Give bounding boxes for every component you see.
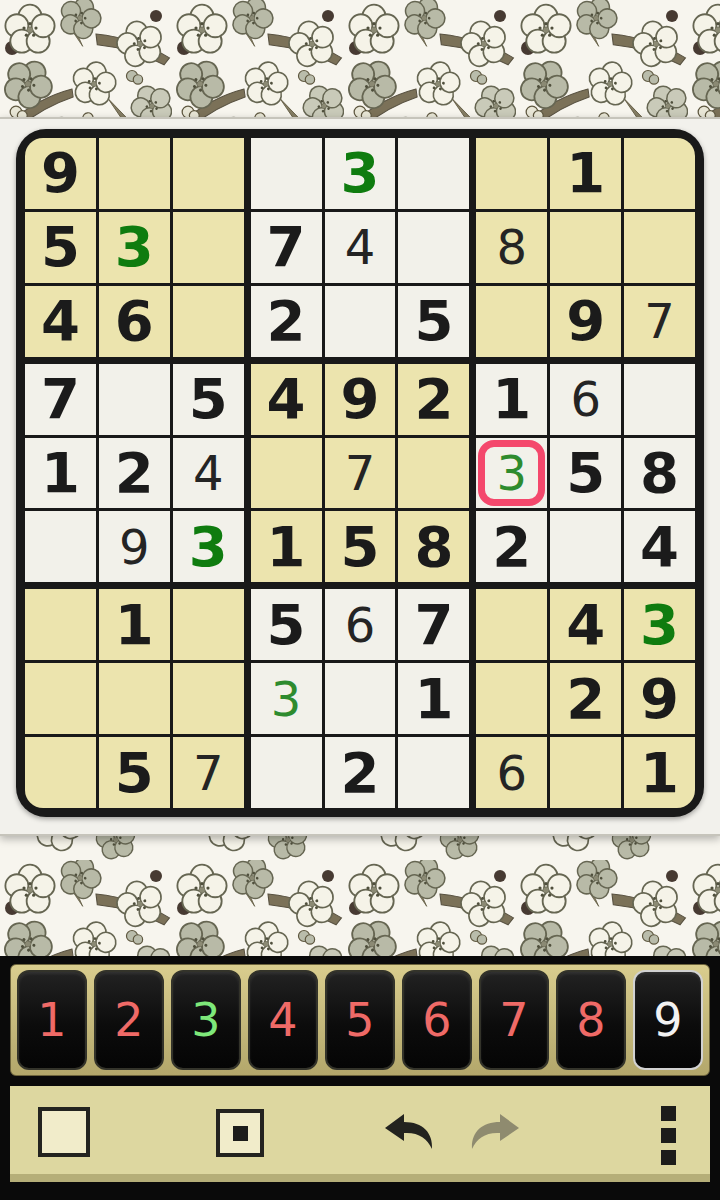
cell-r7c5[interactable]: 6	[325, 589, 396, 660]
pencil-mark-dot-icon	[233, 1126, 248, 1141]
numpad-key-5[interactable]: 5	[325, 970, 395, 1070]
redo-icon[interactable]	[458, 1112, 522, 1152]
cell-r9c2[interactable]: 5	[99, 737, 170, 808]
cell-r3c9[interactable]: 7	[624, 286, 695, 357]
cell-r2c4[interactable]: 7	[251, 212, 322, 283]
cell-r3c8[interactable]: 9	[550, 286, 621, 357]
cell-r8c5[interactable]	[325, 663, 396, 734]
cell-r7c8[interactable]: 4	[550, 589, 621, 660]
cell-r6c9[interactable]: 4	[624, 511, 695, 582]
cell-r7c1[interactable]	[25, 589, 96, 660]
cell-r2c3[interactable]	[173, 212, 244, 283]
cell-r7c9[interactable]: 3	[624, 589, 695, 660]
cell-r1c8[interactable]: 1	[550, 138, 621, 209]
cell-r4c7[interactable]: 1	[476, 364, 547, 435]
cell-r7c4[interactable]: 5	[251, 589, 322, 660]
cell-r4c9[interactable]	[624, 364, 695, 435]
sudoku-blocks: 9534637425189775124934927158163582415756…	[25, 138, 695, 808]
cell-r1c2[interactable]	[99, 138, 170, 209]
numpad-key-3[interactable]: 3	[171, 970, 241, 1070]
cell-r5c1[interactable]: 1	[25, 438, 96, 509]
cell-r8c9[interactable]: 9	[624, 663, 695, 734]
cell-r7c6[interactable]: 7	[398, 589, 469, 660]
cell-r1c1[interactable]: 9	[25, 138, 96, 209]
cell-r9c1[interactable]	[25, 737, 96, 808]
cell-r1c9[interactable]	[624, 138, 695, 209]
cell-r2c2[interactable]: 3	[99, 212, 170, 283]
cell-r9c6[interactable]	[398, 737, 469, 808]
cell-r9c7[interactable]: 6	[476, 737, 547, 808]
cell-r1c5[interactable]: 3	[325, 138, 396, 209]
cell-r4c4[interactable]: 4	[251, 364, 322, 435]
cell-r5c7[interactable]: 3	[476, 438, 547, 509]
cell-r4c8[interactable]: 6	[550, 364, 621, 435]
cell-r8c4[interactable]: 3	[251, 663, 322, 734]
cell-r9c4[interactable]	[251, 737, 322, 808]
numpad-key-9[interactable]: 9	[633, 970, 703, 1070]
selected-cell-ring	[478, 440, 545, 507]
cell-r2c1[interactable]: 5	[25, 212, 96, 283]
board-panel: 9534637425189775124934927158163582415756…	[0, 117, 720, 836]
cell-r2c9[interactable]	[624, 212, 695, 283]
cell-r9c5[interactable]: 2	[325, 737, 396, 808]
numpad-key-4[interactable]: 4	[248, 970, 318, 1070]
cell-r5c9[interactable]: 8	[624, 438, 695, 509]
cell-r5c5[interactable]: 7	[325, 438, 396, 509]
numpad-key-2[interactable]: 2	[94, 970, 164, 1070]
cell-r7c7[interactable]	[476, 589, 547, 660]
cell-r3c6[interactable]: 5	[398, 286, 469, 357]
cell-r1c3[interactable]	[173, 138, 244, 209]
cell-r2c8[interactable]	[550, 212, 621, 283]
block-1-2: 37425	[251, 138, 470, 357]
cell-r9c8[interactable]	[550, 737, 621, 808]
cell-r4c5[interactable]: 9	[325, 364, 396, 435]
cell-r4c3[interactable]: 5	[173, 364, 244, 435]
cell-r3c2[interactable]: 6	[99, 286, 170, 357]
numpad-key-1[interactable]: 1	[17, 970, 87, 1070]
empty-square-mode-button[interactable]	[38, 1107, 90, 1157]
cell-r3c3[interactable]	[173, 286, 244, 357]
toolbar	[0, 1086, 720, 1200]
cell-r6c2[interactable]: 9	[99, 511, 170, 582]
numpad-key-8[interactable]: 8	[556, 970, 626, 1070]
pencil-mark-mode-button[interactable]	[216, 1109, 264, 1157]
cell-r8c3[interactable]	[173, 663, 244, 734]
cell-r3c7[interactable]	[476, 286, 547, 357]
cell-r4c2[interactable]	[99, 364, 170, 435]
cell-r6c4[interactable]: 1	[251, 511, 322, 582]
cell-r9c3[interactable]: 7	[173, 737, 244, 808]
toolbar-inner	[10, 1086, 710, 1182]
numpad-key-7[interactable]: 7	[479, 970, 549, 1070]
cell-r3c4[interactable]: 2	[251, 286, 322, 357]
block-3-2: 567312	[251, 589, 470, 808]
app-screen: 9534637425189775124934927158163582415756…	[0, 0, 720, 1200]
cell-r6c3[interactable]: 3	[173, 511, 244, 582]
numpad: 123456789	[10, 964, 710, 1076]
block-3-1: 157	[25, 589, 244, 808]
cell-r6c7[interactable]: 2	[476, 511, 547, 582]
cell-r8c1[interactable]	[25, 663, 96, 734]
cell-r6c8[interactable]	[550, 511, 621, 582]
numpad-key-6[interactable]: 6	[402, 970, 472, 1070]
cell-r3c5[interactable]	[325, 286, 396, 357]
menu-dot	[661, 1150, 676, 1165]
menu-dot	[661, 1128, 676, 1143]
cell-r1c7[interactable]	[476, 138, 547, 209]
cell-r4c1[interactable]: 7	[25, 364, 96, 435]
overflow-menu-icon[interactable]	[661, 1106, 676, 1165]
block-2-3: 1635824	[476, 364, 695, 583]
cell-r8c6[interactable]: 1	[398, 663, 469, 734]
cell-r2c5[interactable]: 4	[325, 212, 396, 283]
cell-r5c4[interactable]	[251, 438, 322, 509]
cell-r5c3[interactable]: 4	[173, 438, 244, 509]
numpad-bar: 123456789	[0, 956, 720, 1086]
cell-r1c4[interactable]	[251, 138, 322, 209]
cell-r2c6[interactable]	[398, 212, 469, 283]
cell-r5c8[interactable]: 5	[550, 438, 621, 509]
cell-r2c7[interactable]: 8	[476, 212, 547, 283]
cell-r7c3[interactable]	[173, 589, 244, 660]
block-2-2: 4927158	[251, 364, 470, 583]
cell-r6c1[interactable]	[25, 511, 96, 582]
cell-r9c9[interactable]: 1	[624, 737, 695, 808]
cell-r1c6[interactable]	[398, 138, 469, 209]
block-1-1: 95346	[25, 138, 244, 357]
cell-r5c2[interactable]: 2	[99, 438, 170, 509]
block-3-3: 432961	[476, 589, 695, 808]
sudoku-board: 9534637425189775124934927158163582415756…	[16, 129, 704, 817]
block-2-1: 7512493	[25, 364, 244, 583]
cell-r7c2[interactable]: 1	[99, 589, 170, 660]
cell-r6c6[interactable]: 8	[398, 511, 469, 582]
cell-r8c8[interactable]: 2	[550, 663, 621, 734]
cell-r4c6[interactable]: 2	[398, 364, 469, 435]
cell-r8c7[interactable]	[476, 663, 547, 734]
undo-icon[interactable]	[382, 1112, 446, 1152]
block-1-3: 1897	[476, 138, 695, 357]
menu-dot	[661, 1106, 676, 1121]
cell-r6c5[interactable]: 5	[325, 511, 396, 582]
cell-r5c6[interactable]	[398, 438, 469, 509]
cell-r3c1[interactable]: 4	[25, 286, 96, 357]
cell-r8c2[interactable]	[99, 663, 170, 734]
